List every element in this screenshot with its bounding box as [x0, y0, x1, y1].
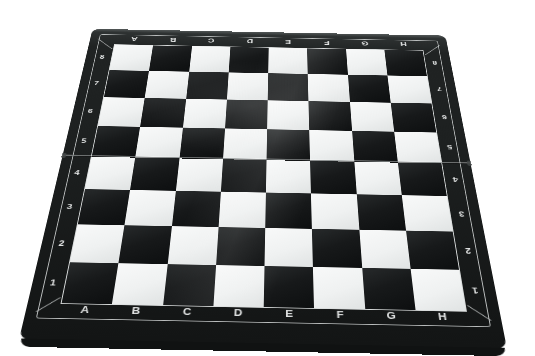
square-b3: [125, 190, 176, 226]
square-a8: [109, 45, 153, 71]
square-c2: [167, 226, 218, 265]
square-h3: [402, 195, 453, 231]
squares-grid: [60, 44, 466, 311]
square-c4: [175, 158, 222, 192]
square-h5: [394, 131, 441, 163]
square-a2: [70, 225, 125, 264]
file-label: H: [384, 41, 423, 48]
square-g5: [352, 131, 398, 163]
square-h1: [410, 269, 465, 311]
square-c8: [189, 46, 230, 72]
square-b6: [140, 98, 186, 128]
file-label: E: [263, 307, 314, 320]
file-label: D: [230, 38, 269, 45]
file-label: F: [307, 39, 346, 46]
square-c7: [186, 72, 229, 100]
file-label: H: [416, 310, 469, 323]
file-label: A: [115, 35, 155, 42]
square-d6: [225, 99, 268, 129]
square-g6: [350, 102, 394, 132]
square-f2: [312, 229, 362, 268]
square-h7: [387, 75, 431, 103]
square-e1: [264, 266, 315, 308]
file-label: C: [161, 305, 213, 318]
square-f6: [309, 101, 352, 131]
square-c3: [171, 191, 220, 227]
square-a3: [78, 189, 130, 225]
fold-hinge-left: [61, 153, 66, 158]
square-h8: [384, 50, 427, 76]
square-g3: [356, 195, 405, 231]
square-f4: [310, 161, 356, 195]
square-a4: [85, 156, 135, 190]
board-perspective-wrapper: ABCDEFGH ABCDEFGH 87654321 87654321: [19, 0, 517, 349]
file-label: B: [110, 304, 163, 317]
square-e3: [265, 193, 312, 229]
fold-hinge-right: [467, 161, 472, 166]
square-h2: [406, 231, 459, 270]
rank-label: 7: [429, 76, 450, 104]
square-e2: [265, 228, 314, 267]
square-b2: [119, 225, 172, 264]
square-e4: [266, 160, 311, 194]
square-d8: [229, 47, 269, 73]
square-e6: [267, 100, 309, 130]
square-b4: [130, 157, 179, 191]
square-b8: [149, 45, 192, 71]
file-label: C: [192, 37, 231, 44]
file-label: E: [269, 38, 308, 45]
square-a5: [92, 126, 141, 158]
square-b7: [145, 71, 189, 99]
square-e5: [267, 129, 311, 161]
square-c5: [179, 127, 225, 159]
square-a6: [98, 97, 145, 127]
square-d5: [223, 128, 267, 160]
square-b1: [112, 263, 167, 305]
square-a1: [62, 262, 119, 304]
square-f5: [309, 130, 354, 162]
square-d3: [218, 192, 266, 228]
square-f8: [307, 48, 347, 74]
square-g2: [359, 230, 410, 269]
file-label: A: [58, 303, 111, 316]
square-g8: [346, 49, 388, 75]
square-h4: [398, 162, 447, 196]
square-b5: [135, 127, 182, 159]
square-h6: [391, 103, 437, 133]
file-label: D: [212, 306, 264, 319]
file-label: G: [345, 40, 384, 47]
square-f7: [308, 74, 350, 102]
square-a7: [104, 70, 149, 98]
square-c6: [183, 99, 227, 129]
square-f3: [311, 194, 359, 230]
file-label: B: [153, 36, 192, 43]
rank-label: 6: [434, 103, 456, 132]
photo-background: ABCDEFGH ABCDEFGH 87654321 87654321: [0, 0, 535, 356]
square-g1: [362, 268, 416, 310]
rank-label: 8: [425, 50, 445, 76]
square-g4: [354, 162, 402, 196]
square-d2: [216, 227, 265, 266]
square-d1: [213, 265, 264, 307]
square-f1: [313, 267, 365, 309]
square-c1: [163, 264, 216, 306]
file-label: F: [314, 308, 366, 321]
chessboard-frame: ABCDEFGH ABCDEFGH 87654321 87654321: [19, 29, 507, 349]
file-label: G: [365, 309, 417, 322]
square-e8: [268, 48, 308, 74]
square-d7: [227, 72, 268, 100]
square-g7: [348, 75, 391, 103]
square-d4: [221, 159, 267, 193]
square-e7: [268, 73, 309, 101]
